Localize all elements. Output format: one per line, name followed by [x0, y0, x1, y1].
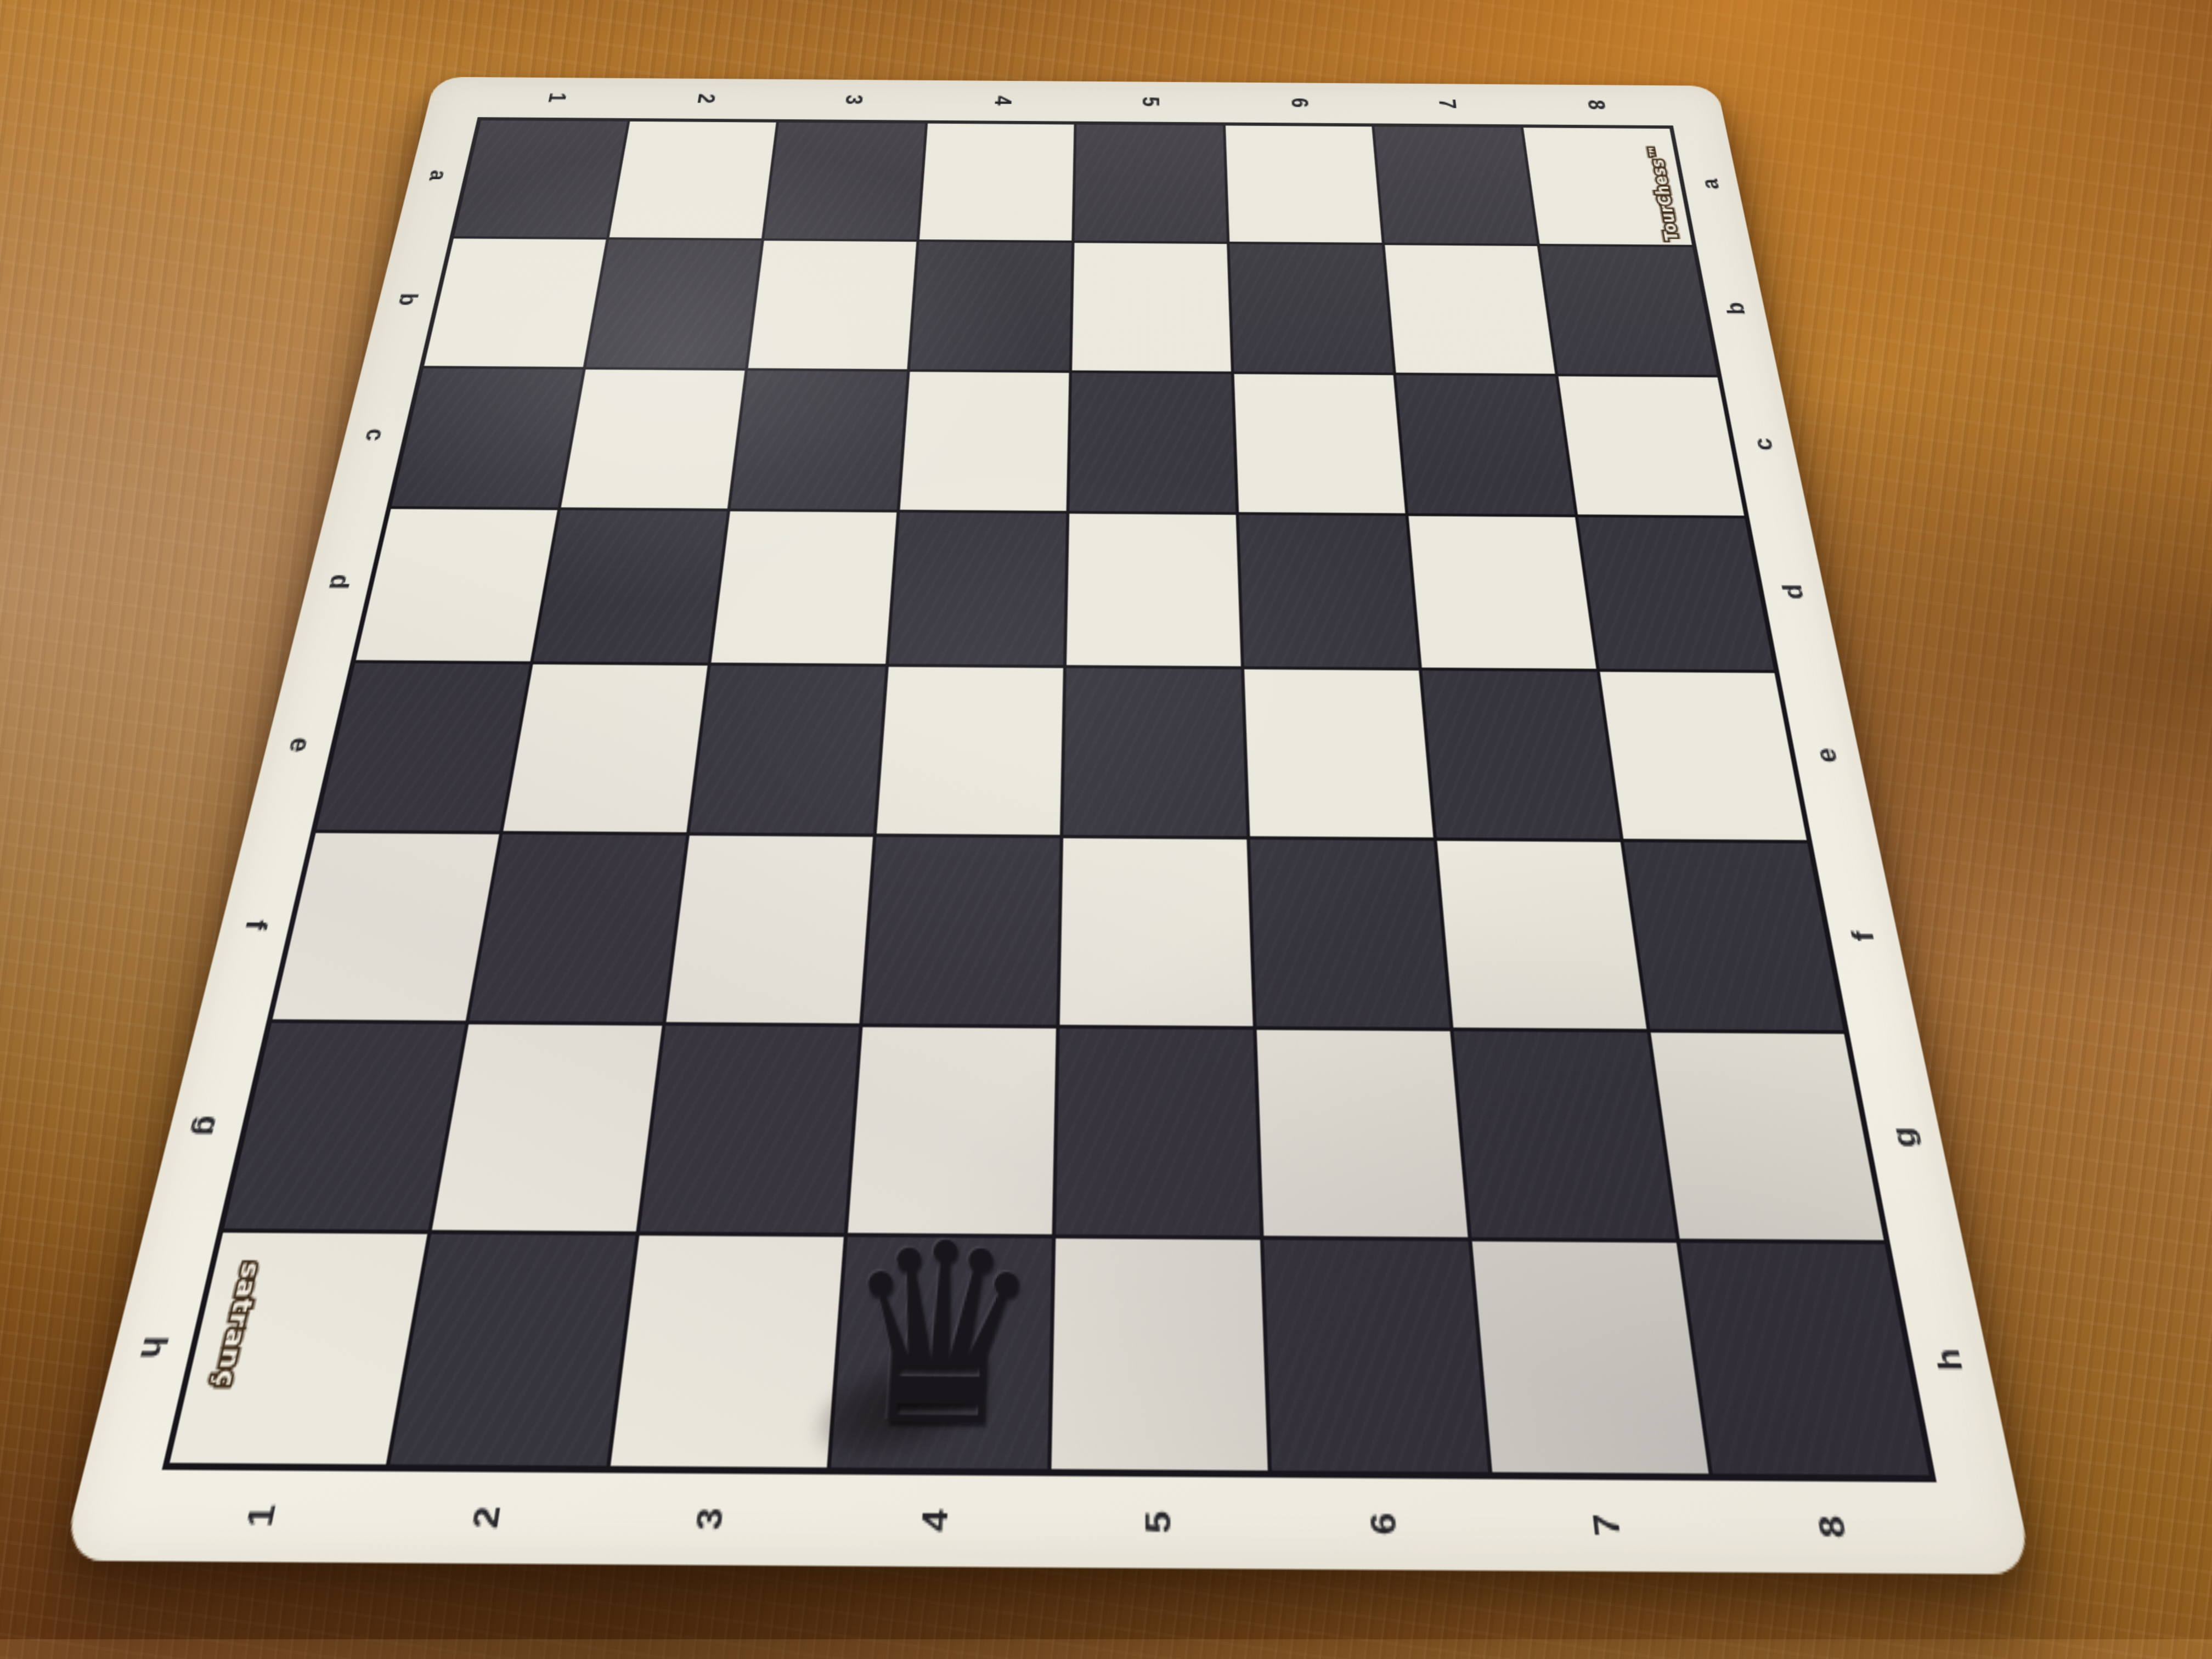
file-label-left-f: f — [151, 890, 357, 959]
square-e4[interactable] — [877, 667, 1063, 836]
file-label-right-f: f — [1763, 902, 1967, 971]
file-label-left-d: d — [245, 554, 430, 611]
photo-of-chess-mat: 12345678 12345678 abcdefgh abcdefgh ♛ To… — [0, 0, 2212, 1659]
square-e5[interactable] — [1063, 668, 1246, 837]
square-c2[interactable] — [561, 369, 745, 508]
square-b7[interactable] — [1385, 245, 1555, 373]
rank-labels-top: 12345678 — [478, 77, 1673, 126]
square-e6[interactable] — [1244, 669, 1434, 838]
rank-labels-bottom: 12345678 — [140, 1470, 1954, 1574]
square-d5[interactable] — [1066, 513, 1241, 667]
file-label-left-b: b — [323, 275, 490, 323]
file-label-left-c: c — [286, 409, 462, 460]
square-f5[interactable] — [1060, 839, 1253, 1025]
square-d3[interactable] — [711, 511, 896, 664]
square-f2[interactable] — [470, 835, 686, 1022]
square-c3[interactable] — [731, 370, 907, 509]
square-f4[interactable] — [863, 837, 1060, 1024]
file-label-left-e: e — [201, 714, 396, 776]
file-label-right-e: e — [1732, 725, 1925, 787]
square-g7[interactable] — [1454, 1030, 1676, 1238]
square-g5[interactable] — [1056, 1028, 1260, 1235]
square-d4[interactable] — [889, 512, 1066, 665]
square-b5[interactable] — [1072, 243, 1231, 371]
file-label-right-g: g — [1798, 1098, 2014, 1175]
rank-label-top-7: 7 — [1415, 48, 1480, 162]
square-c5[interactable] — [1069, 373, 1235, 512]
table-scene: 12345678 12345678 abcdefgh abcdefgh ♛ To… — [0, 0, 2212, 1659]
black-queen[interactable]: ♛ — [831, 1212, 1045, 1464]
square-f3[interactable] — [666, 836, 873, 1023]
square-g6[interactable] — [1257, 1029, 1468, 1237]
file-label-left-g: g — [97, 1087, 315, 1163]
square-b2[interactable] — [586, 240, 761, 367]
file-label-right-b: b — [1654, 285, 1820, 332]
square-b3[interactable] — [748, 241, 917, 369]
file-label-right-c: c — [1678, 418, 1852, 470]
piece-wrap: ♛ — [831, 1237, 1052, 1469]
square-h4[interactable]: ♛ — [831, 1237, 1052, 1469]
chess-mat: 12345678 12345678 abcdefgh abcdefgh ♛ To… — [61, 77, 2034, 1575]
rank-label-top-3: 3 — [821, 43, 884, 158]
square-e3[interactable] — [690, 665, 885, 834]
square-c6[interactable] — [1234, 374, 1406, 513]
file-label-right-d: d — [1703, 564, 1886, 620]
square-f6[interactable] — [1250, 840, 1450, 1026]
file-label-right-h: h — [1837, 1318, 2067, 1404]
rank-label-top-4: 4 — [972, 44, 1029, 159]
square-g2[interactable] — [432, 1024, 662, 1231]
rank-label-bottom-5: 5 — [1121, 1395, 1202, 1657]
square-f7[interactable] — [1437, 841, 1646, 1028]
square-c4[interactable] — [900, 371, 1069, 511]
square-d6[interactable] — [1239, 515, 1418, 668]
square-d7[interactable] — [1409, 516, 1596, 669]
file-label-left-a: a — [357, 154, 517, 197]
rank-label-top-6: 6 — [1269, 47, 1328, 161]
square-g3[interactable] — [640, 1025, 859, 1232]
square-b6[interactable] — [1229, 244, 1393, 372]
rank-label-top-5: 5 — [1124, 46, 1177, 160]
square-c7[interactable] — [1396, 375, 1575, 514]
square-d2[interactable] — [534, 510, 727, 662]
square-e2[interactable] — [503, 664, 708, 833]
square-b4[interactable] — [910, 242, 1071, 370]
square-e7[interactable] — [1422, 670, 1620, 839]
